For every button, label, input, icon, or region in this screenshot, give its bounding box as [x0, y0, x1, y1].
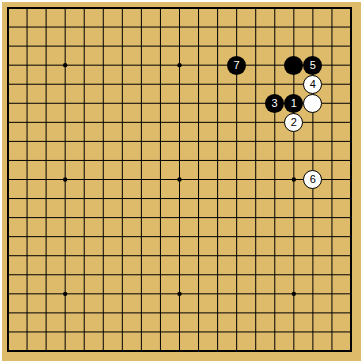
board-cell-N16: 7	[227, 56, 246, 75]
stone-white-Q13: 2	[284, 113, 303, 132]
board-cell-R10: 6	[303, 170, 322, 189]
move-number-label: 7	[234, 60, 240, 71]
stone-white-R10: 6	[303, 170, 322, 189]
board-cell-P14: 3	[265, 94, 284, 113]
move-number-label: 5	[310, 60, 316, 71]
stone-black-Q14: 1	[284, 94, 303, 113]
stones-layer: 1234567	[0, 0, 360, 360]
move-number-label: 3	[272, 98, 278, 109]
move-number-label: 1	[291, 98, 297, 109]
board-cell-R14	[303, 94, 322, 113]
move-number-label: 4	[310, 79, 316, 90]
board-cell-R16: 5	[303, 56, 322, 75]
board-cell-Q16	[284, 56, 303, 75]
move-number-label: 6	[310, 174, 316, 185]
go-board: 1234567	[2, 2, 361, 361]
move-number-label: 2	[291, 117, 297, 128]
stone-white-R14	[303, 94, 322, 113]
board-cell-R15: 4	[303, 75, 322, 94]
stone-black-Q16	[284, 56, 303, 75]
stone-black-N16: 7	[227, 56, 246, 75]
board-cell-Q14: 1	[284, 94, 303, 113]
stone-black-R16: 5	[303, 56, 322, 75]
stone-black-P14: 3	[265, 94, 284, 113]
board-cell-Q13: 2	[284, 113, 303, 132]
stone-white-R15: 4	[303, 75, 322, 94]
